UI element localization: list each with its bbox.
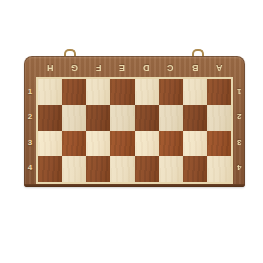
- square-h2: [38, 105, 62, 131]
- rank-label-4-left: 4: [28, 163, 32, 172]
- square-a4: [207, 156, 231, 182]
- file-label-c: C: [167, 63, 174, 73]
- rank-label-4-right: 4: [237, 163, 241, 172]
- rank-label-2-left: 2: [28, 112, 32, 121]
- rank-label-1-right: 1: [237, 87, 241, 96]
- rank-label-1-left: 1: [28, 87, 32, 96]
- square-f2: [86, 105, 110, 131]
- file-label-f: F: [96, 63, 102, 73]
- square-b2: [183, 105, 207, 131]
- square-e3: [110, 131, 134, 157]
- product-photo: HGFEDCBA 1234 1234: [0, 0, 263, 263]
- file-labels: HGFEDCBA: [38, 58, 231, 77]
- square-f4: [86, 156, 110, 182]
- square-g3: [62, 131, 86, 157]
- square-h1: [38, 79, 62, 105]
- rank-label-2-right: 2: [237, 112, 241, 121]
- square-h3: [38, 131, 62, 157]
- square-f3: [86, 131, 110, 157]
- file-label-b: B: [192, 63, 199, 73]
- square-b1: [183, 79, 207, 105]
- square-d2: [135, 105, 159, 131]
- square-g4: [62, 156, 86, 182]
- rank-labels-right: 1234: [233, 79, 245, 180]
- square-g2: [62, 105, 86, 131]
- square-d3: [135, 131, 159, 157]
- square-a3: [207, 131, 231, 157]
- square-b3: [183, 131, 207, 157]
- rank-labels-left: 1234: [24, 79, 36, 180]
- file-label-d: D: [143, 63, 150, 73]
- file-label-e: E: [119, 63, 125, 73]
- file-label-a: A: [216, 63, 223, 73]
- fold-edge: [24, 184, 245, 187]
- file-label-h: H: [47, 63, 54, 73]
- square-c3: [159, 131, 183, 157]
- square-c4: [159, 156, 183, 182]
- square-e4: [110, 156, 134, 182]
- square-d4: [135, 156, 159, 182]
- square-e2: [110, 105, 134, 131]
- board-inlay-border: [36, 77, 233, 184]
- rank-label-3-left: 3: [28, 138, 32, 147]
- square-d1: [135, 79, 159, 105]
- square-a2: [207, 105, 231, 131]
- square-c1: [159, 79, 183, 105]
- square-c2: [159, 105, 183, 131]
- square-b4: [183, 156, 207, 182]
- square-f1: [86, 79, 110, 105]
- file-label-g: G: [71, 63, 78, 73]
- square-a1: [207, 79, 231, 105]
- square-h4: [38, 156, 62, 182]
- rank-label-3-right: 3: [237, 138, 241, 147]
- chessboard-grid: [38, 79, 231, 182]
- square-g1: [62, 79, 86, 105]
- square-e1: [110, 79, 134, 105]
- chessboard-frame: HGFEDCBA 1234 1234: [24, 56, 245, 187]
